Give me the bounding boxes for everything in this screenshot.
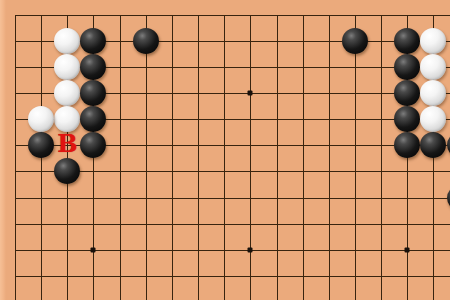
grid-line-vertical bbox=[198, 15, 199, 300]
grid-line-vertical bbox=[355, 15, 356, 300]
grid-line-vertical bbox=[120, 15, 121, 300]
star-point bbox=[91, 247, 96, 252]
grid-line-vertical bbox=[250, 15, 251, 300]
star-point bbox=[248, 90, 253, 95]
grid-line-horizontal bbox=[15, 15, 450, 16]
white-stone-R15 bbox=[420, 106, 446, 132]
star-point bbox=[248, 247, 253, 252]
black-stone-F18 bbox=[133, 28, 159, 54]
white-stone-C15 bbox=[54, 106, 80, 132]
grid-line-vertical bbox=[381, 15, 382, 300]
grid-line-vertical bbox=[224, 15, 225, 300]
white-stone-B15 bbox=[28, 106, 54, 132]
star-point bbox=[405, 247, 410, 252]
grid-line-vertical bbox=[303, 15, 304, 300]
black-stone-S12 bbox=[447, 185, 450, 211]
grid-line-vertical bbox=[277, 15, 278, 300]
black-stone-Q18 bbox=[394, 28, 420, 54]
white-stone-C18 bbox=[54, 28, 80, 54]
move-label-B: B bbox=[57, 132, 77, 156]
black-stone-B14 bbox=[28, 132, 54, 158]
black-stone-C13 bbox=[54, 158, 80, 184]
grid-line-horizontal bbox=[15, 276, 450, 277]
grid-line-vertical bbox=[329, 15, 330, 300]
white-stone-R18 bbox=[420, 28, 446, 54]
black-stone-Q15 bbox=[394, 106, 420, 132]
white-stone-R17 bbox=[420, 54, 446, 80]
white-stone-C16 bbox=[54, 80, 80, 106]
black-stone-Q17 bbox=[394, 54, 420, 80]
black-stone-Q16 bbox=[394, 80, 420, 106]
black-stone-S14 bbox=[447, 132, 450, 158]
black-stone-Q14 bbox=[394, 132, 420, 158]
go-board[interactable]: B bbox=[0, 0, 450, 300]
grid-line-horizontal bbox=[15, 250, 450, 251]
white-stone-C17 bbox=[54, 54, 80, 80]
black-stone-D16 bbox=[80, 80, 106, 106]
grid-line-vertical bbox=[172, 15, 173, 300]
black-stone-D14 bbox=[80, 132, 106, 158]
grid-line-horizontal bbox=[15, 224, 450, 225]
grid-line-horizontal bbox=[15, 198, 450, 199]
black-stone-D17 bbox=[80, 54, 106, 80]
black-stone-D18 bbox=[80, 28, 106, 54]
black-stone-O18 bbox=[342, 28, 368, 54]
grid-line-vertical bbox=[146, 15, 147, 300]
black-stone-R14 bbox=[420, 132, 446, 158]
white-stone-R16 bbox=[420, 80, 446, 106]
board-left-edge bbox=[0, 0, 6, 300]
go-app-screenshot: B bbox=[0, 0, 450, 300]
grid-line-vertical bbox=[15, 15, 16, 300]
black-stone-D15 bbox=[80, 106, 106, 132]
